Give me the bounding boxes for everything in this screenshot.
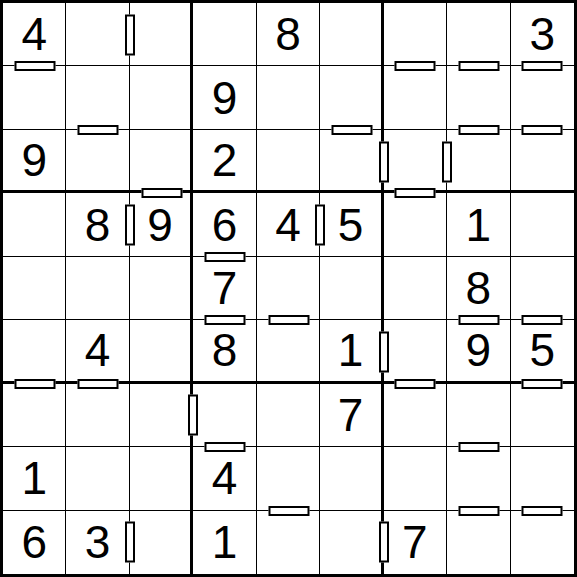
cell-r3c5[interactable] xyxy=(257,130,320,193)
cell-r8c2[interactable] xyxy=(66,447,129,510)
given-digit: 1 xyxy=(21,455,47,501)
cell-r4c7[interactable] xyxy=(384,193,447,256)
cell-r9c1[interactable]: 6 xyxy=(3,511,66,574)
cell-r4c6[interactable]: 5 xyxy=(320,193,383,256)
given-digit: 1 xyxy=(212,519,238,565)
cell-r8c1[interactable]: 1 xyxy=(3,447,66,510)
cell-r2c5[interactable] xyxy=(257,66,320,129)
cell-r5c5[interactable] xyxy=(257,257,320,320)
cell-r5c3[interactable] xyxy=(130,257,193,320)
cell-r6c8[interactable]: 9 xyxy=(447,320,510,383)
given-digit: 5 xyxy=(338,202,364,248)
cell-r7c8[interactable] xyxy=(447,384,510,447)
cell-r4c1[interactable] xyxy=(3,193,66,256)
cell-r6c1[interactable] xyxy=(3,320,66,383)
cell-r3c3[interactable] xyxy=(130,130,193,193)
cell-r1c4[interactable] xyxy=(193,3,256,66)
cell-r9c5[interactable] xyxy=(257,511,320,574)
cell-r2c3[interactable] xyxy=(130,66,193,129)
cell-r6c9[interactable]: 5 xyxy=(511,320,574,383)
cell-r3c6[interactable] xyxy=(320,130,383,193)
given-digit: 7 xyxy=(402,519,428,565)
cell-r9c6[interactable] xyxy=(320,511,383,574)
cell-r1c5[interactable]: 8 xyxy=(257,3,320,66)
given-digit: 1 xyxy=(466,202,492,248)
given-digit: 2 xyxy=(212,137,238,183)
given-digit: 7 xyxy=(212,265,238,311)
given-digit: 9 xyxy=(21,137,47,183)
given-digit: 8 xyxy=(466,265,492,311)
cell-r5c6[interactable] xyxy=(320,257,383,320)
cell-r1c2[interactable] xyxy=(66,3,129,66)
cell-r4c3[interactable]: 9 xyxy=(130,193,193,256)
given-digit: 6 xyxy=(212,202,238,248)
cell-r5c1[interactable] xyxy=(3,257,66,320)
cell-r7c7[interactable] xyxy=(384,384,447,447)
cell-r4c5[interactable]: 4 xyxy=(257,193,320,256)
cell-r3c7[interactable] xyxy=(384,130,447,193)
cell-r6c5[interactable] xyxy=(257,320,320,383)
cell-r2c6[interactable] xyxy=(320,66,383,129)
given-digit: 4 xyxy=(212,455,238,501)
cell-r1c8[interactable] xyxy=(447,3,510,66)
cell-r5c8[interactable]: 8 xyxy=(447,257,510,320)
given-digit: 8 xyxy=(275,11,301,57)
given-digit: 9 xyxy=(466,327,492,373)
given-digit: 8 xyxy=(212,327,238,373)
cell-r3c2[interactable] xyxy=(66,130,129,193)
cell-r2c2[interactable] xyxy=(66,66,129,129)
cell-r8c3[interactable] xyxy=(130,447,193,510)
cell-r4c4[interactable]: 6 xyxy=(193,193,256,256)
cell-r1c1[interactable]: 4 xyxy=(3,3,66,66)
cell-r7c2[interactable] xyxy=(66,384,129,447)
cell-r4c2[interactable]: 8 xyxy=(66,193,129,256)
cell-r2c9[interactable] xyxy=(511,66,574,129)
cell-r8c7[interactable] xyxy=(384,447,447,510)
cell-r8c9[interactable] xyxy=(511,447,574,510)
cell-r8c5[interactable] xyxy=(257,447,320,510)
cell-r5c2[interactable] xyxy=(66,257,129,320)
sudoku-board: 48399289645178481957146317 xyxy=(0,0,577,577)
given-digit: 1 xyxy=(338,327,364,373)
given-digit: 8 xyxy=(85,202,111,248)
given-digit: 4 xyxy=(275,202,301,248)
cell-r3c9[interactable] xyxy=(511,130,574,193)
given-digit: 9 xyxy=(212,75,238,121)
cell-r9c3[interactable] xyxy=(130,511,193,574)
cell-r7c3[interactable] xyxy=(130,384,193,447)
cell-r6c7[interactable] xyxy=(384,320,447,383)
cell-r7c9[interactable] xyxy=(511,384,574,447)
cell-r7c1[interactable] xyxy=(3,384,66,447)
cell-r6c3[interactable] xyxy=(130,320,193,383)
given-digit: 9 xyxy=(147,202,173,248)
cell-r3c8[interactable] xyxy=(447,130,510,193)
cell-r8c8[interactable] xyxy=(447,447,510,510)
cell-r4c8[interactable]: 1 xyxy=(447,193,510,256)
cell-r5c4[interactable]: 7 xyxy=(193,257,256,320)
given-digit: 7 xyxy=(338,392,364,438)
cell-r3c1[interactable]: 9 xyxy=(3,130,66,193)
cell-r7c6[interactable]: 7 xyxy=(320,384,383,447)
given-digit: 4 xyxy=(85,327,111,373)
cell-r1c6[interactable] xyxy=(320,3,383,66)
given-digit: 6 xyxy=(21,519,47,565)
cell-r7c5[interactable] xyxy=(257,384,320,447)
cell-r3c4[interactable]: 2 xyxy=(193,130,256,193)
cell-r6c4[interactable]: 8 xyxy=(193,320,256,383)
cell-r9c4[interactable]: 1 xyxy=(193,511,256,574)
cell-r5c7[interactable] xyxy=(384,257,447,320)
given-digit: 4 xyxy=(21,11,47,57)
cell-r9c9[interactable] xyxy=(511,511,574,574)
cell-r1c3[interactable] xyxy=(130,3,193,66)
cell-r2c4[interactable]: 9 xyxy=(193,66,256,129)
cell-r1c9[interactable]: 3 xyxy=(511,3,574,66)
cell-r2c7[interactable] xyxy=(384,66,447,129)
cell-r9c8[interactable] xyxy=(447,511,510,574)
cell-r8c6[interactable] xyxy=(320,447,383,510)
cell-r4c9[interactable] xyxy=(511,193,574,256)
cell-r7c4[interactable] xyxy=(193,384,256,447)
cell-r6c6[interactable]: 1 xyxy=(320,320,383,383)
given-digit: 5 xyxy=(529,327,555,373)
cell-r8c4[interactable]: 4 xyxy=(193,447,256,510)
cell-r5c9[interactable] xyxy=(511,257,574,320)
puzzle-page: 48399289645178481957146317 xyxy=(0,0,577,577)
cell-r1c7[interactable] xyxy=(384,3,447,66)
given-digit: 3 xyxy=(529,11,555,57)
cell-r2c1[interactable] xyxy=(3,66,66,129)
cell-r9c7[interactable]: 7 xyxy=(384,511,447,574)
cell-r6c2[interactable]: 4 xyxy=(66,320,129,383)
cell-r9c2[interactable]: 3 xyxy=(66,511,129,574)
cell-r2c8[interactable] xyxy=(447,66,510,129)
given-digit: 3 xyxy=(85,519,111,565)
